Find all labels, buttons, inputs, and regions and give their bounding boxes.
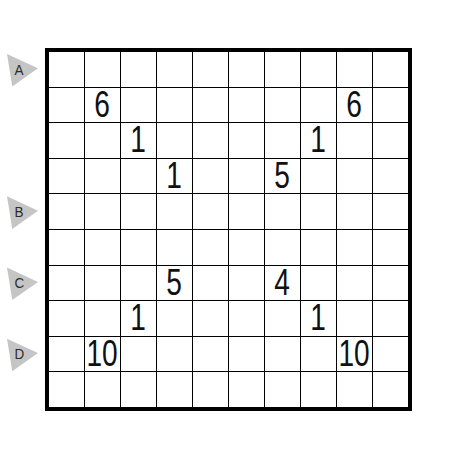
clue-number: 5: [167, 265, 183, 301]
grid-cell[interactable]: [193, 301, 228, 336]
grid-cell[interactable]: [229, 88, 264, 123]
grid-cell[interactable]: [49, 230, 84, 265]
clue-cell-r3c6[interactable]: 5: [265, 159, 300, 194]
row-marker-label: B: [15, 203, 24, 220]
grid-cell[interactable]: [49, 88, 84, 123]
grid-cell[interactable]: [85, 230, 120, 265]
grid-cell[interactable]: [85, 301, 120, 336]
grid-cell[interactable]: [373, 52, 408, 87]
clue-number: 5: [275, 158, 291, 194]
grid-cell[interactable]: [157, 337, 192, 372]
grid-cell[interactable]: [121, 52, 156, 87]
grid-cell[interactable]: [121, 159, 156, 194]
grid-cell[interactable]: [373, 266, 408, 301]
grid-cell[interactable]: [157, 372, 192, 407]
grid-cell[interactable]: [157, 194, 192, 229]
grid-cell[interactable]: [265, 123, 300, 158]
grid-cell[interactable]: [337, 123, 372, 158]
grid-cell[interactable]: [193, 372, 228, 407]
clue-number: 1: [311, 122, 327, 158]
grid-cell[interactable]: [337, 52, 372, 87]
grid-cell[interactable]: [85, 123, 120, 158]
clue-cell-r6c3[interactable]: 5: [157, 266, 192, 301]
grid-cell[interactable]: [301, 266, 336, 301]
clue-cell-r3c3[interactable]: 1: [157, 159, 192, 194]
grid-cell[interactable]: [265, 337, 300, 372]
clue-number: 6: [347, 87, 363, 123]
grid-cell[interactable]: [301, 159, 336, 194]
clue-number: 6: [95, 87, 111, 123]
grid-cell[interactable]: [85, 266, 120, 301]
grid-cell[interactable]: [193, 123, 228, 158]
grid-cell[interactable]: [373, 194, 408, 229]
grid-cell[interactable]: [265, 52, 300, 87]
grid-cell[interactable]: [193, 159, 228, 194]
clue-cell-r2c2[interactable]: 1: [121, 123, 156, 158]
clue-cell-r7c7[interactable]: 1: [301, 301, 336, 336]
grid-cell[interactable]: [49, 337, 84, 372]
row-marker-label: A: [15, 61, 24, 78]
clue-number: 4: [275, 265, 291, 301]
grid-cell[interactable]: [121, 337, 156, 372]
row-marker-b-triangle-icon: B: [7, 194, 38, 229]
row-marker-a-triangle-icon: A: [7, 52, 38, 87]
grid-cell[interactable]: [49, 52, 84, 87]
clue-number: 1: [167, 158, 183, 194]
clue-number: 10: [339, 336, 370, 372]
grid-cell[interactable]: [301, 88, 336, 123]
grid-cell[interactable]: [121, 266, 156, 301]
grid-cell[interactable]: [85, 372, 120, 407]
grid-cell[interactable]: [301, 230, 336, 265]
grid-cell[interactable]: [157, 123, 192, 158]
clue-cell-r8c8[interactable]: 10: [337, 337, 372, 372]
row-marker-c-triangle-icon: C: [7, 265, 38, 300]
row-marker-label: D: [15, 345, 25, 362]
grid-cell[interactable]: [373, 372, 408, 407]
clue-number: 1: [311, 300, 327, 336]
grid-cell[interactable]: [49, 266, 84, 301]
grid-cell[interactable]: [373, 88, 408, 123]
grid-cell[interactable]: [193, 266, 228, 301]
grid-cell[interactable]: [229, 52, 264, 87]
clue-cell-r6c6[interactable]: 4: [265, 266, 300, 301]
grid-cell[interactable]: [85, 52, 120, 87]
grid-cell[interactable]: [337, 266, 372, 301]
clue-number: 10: [87, 336, 118, 372]
row-marker-d-triangle-icon: D: [7, 336, 38, 371]
grid-cell[interactable]: [301, 337, 336, 372]
puzzle-grid: 66111554111010: [45, 48, 412, 411]
row-marker-label: C: [15, 274, 25, 291]
grid-cell[interactable]: [193, 52, 228, 87]
grid-cell[interactable]: [49, 372, 84, 407]
grid-cell[interactable]: [157, 52, 192, 87]
grid-cell[interactable]: [337, 159, 372, 194]
grid-cell[interactable]: [337, 230, 372, 265]
grid-cell[interactable]: [49, 123, 84, 158]
grid-cell[interactable]: [265, 301, 300, 336]
grid-cell[interactable]: [373, 301, 408, 336]
grid-cell[interactable]: [157, 230, 192, 265]
grid-cell[interactable]: [85, 194, 120, 229]
grid-cell[interactable]: [373, 230, 408, 265]
grid-cell[interactable]: [193, 337, 228, 372]
clue-cell-r1c1[interactable]: 6: [85, 88, 120, 123]
grid-cell[interactable]: [265, 88, 300, 123]
grid-cell[interactable]: [229, 230, 264, 265]
grid-cell[interactable]: [337, 372, 372, 407]
grid-cell[interactable]: [193, 230, 228, 265]
puzzle-stage: ABCD 66111554111010: [0, 0, 453, 462]
grid-cell[interactable]: [301, 52, 336, 87]
grid-cell[interactable]: [265, 194, 300, 229]
grid-cell[interactable]: [373, 159, 408, 194]
grid-cell[interactable]: [49, 301, 84, 336]
grid-cell[interactable]: [301, 194, 336, 229]
grid-cell[interactable]: [193, 194, 228, 229]
grid-cell[interactable]: [121, 194, 156, 229]
clue-cell-r2c7[interactable]: 1: [301, 123, 336, 158]
grid-cell[interactable]: [193, 88, 228, 123]
grid-cell[interactable]: [229, 123, 264, 158]
grid-cell[interactable]: [157, 301, 192, 336]
grid-cell[interactable]: [121, 372, 156, 407]
grid-cell[interactable]: [337, 194, 372, 229]
grid-cell[interactable]: [337, 301, 372, 336]
grid-cell[interactable]: [121, 230, 156, 265]
grid-cell[interactable]: [49, 159, 84, 194]
grid-cell[interactable]: [49, 194, 84, 229]
clue-number: 1: [131, 122, 147, 158]
clue-cell-r8c1[interactable]: 10: [85, 337, 120, 372]
clue-cell-r1c8[interactable]: 6: [337, 88, 372, 123]
grid-cell[interactable]: [229, 159, 264, 194]
grid-cell[interactable]: [229, 337, 264, 372]
grid-cell[interactable]: [265, 230, 300, 265]
grid-cell[interactable]: [373, 123, 408, 158]
grid-cell[interactable]: [121, 88, 156, 123]
grid-cell[interactable]: [373, 337, 408, 372]
grid-cell[interactable]: [301, 372, 336, 407]
grid-cell[interactable]: [229, 194, 264, 229]
grid-cell[interactable]: [229, 266, 264, 301]
grid-cell[interactable]: [85, 159, 120, 194]
grid-cell[interactable]: [229, 301, 264, 336]
grid-cell[interactable]: [265, 372, 300, 407]
clue-number: 1: [131, 300, 147, 336]
grid-cell[interactable]: [229, 372, 264, 407]
grid-cell[interactable]: [157, 88, 192, 123]
clue-cell-r7c2[interactable]: 1: [121, 301, 156, 336]
